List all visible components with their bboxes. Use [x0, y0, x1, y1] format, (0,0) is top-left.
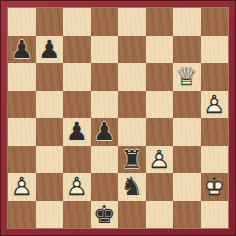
square-a8[interactable]: [8, 8, 36, 36]
white-pawn-outline-glyph: ♙: [63, 173, 91, 201]
square-g6[interactable]: ♛♕: [173, 63, 201, 91]
white-pawn-outline-glyph: ♙: [8, 173, 36, 201]
square-g3[interactable]: [173, 146, 201, 174]
square-a6[interactable]: [8, 63, 36, 91]
chess-board: ♟♟♛♕♟♙♟♟♜♟♙♟♙♟♙♞♚♔♚: [8, 8, 228, 228]
square-f7[interactable]: [146, 36, 174, 64]
square-d6[interactable]: [91, 63, 119, 91]
square-c2[interactable]: ♟♙: [63, 173, 91, 201]
square-c6[interactable]: [63, 63, 91, 91]
square-c5[interactable]: [63, 91, 91, 119]
piece-white-pawn[interactable]: ♟♙: [201, 91, 229, 119]
white-queen-outline-glyph: ♕: [173, 63, 201, 91]
square-a7[interactable]: ♟: [8, 36, 36, 64]
black-knight-glyph: ♞: [118, 173, 146, 201]
square-d2[interactable]: [91, 173, 119, 201]
square-d3[interactable]: [91, 146, 119, 174]
piece-white-pawn[interactable]: ♟♙: [146, 146, 174, 174]
piece-black-rook[interactable]: ♜: [118, 146, 146, 174]
square-h6[interactable]: [201, 63, 229, 91]
square-a5[interactable]: [8, 91, 36, 119]
square-g5[interactable]: [173, 91, 201, 119]
piece-black-knight[interactable]: ♞: [118, 173, 146, 201]
square-f6[interactable]: [146, 63, 174, 91]
square-g1[interactable]: [173, 201, 201, 229]
square-h5[interactable]: ♟♙: [201, 91, 229, 119]
square-b1[interactable]: [36, 201, 64, 229]
square-b8[interactable]: [36, 8, 64, 36]
square-a3[interactable]: [8, 146, 36, 174]
black-pawn-glyph: ♟: [91, 118, 119, 146]
white-king-outline-glyph: ♔: [201, 173, 229, 201]
piece-black-pawn[interactable]: ♟: [36, 36, 64, 64]
piece-black-pawn[interactable]: ♟: [8, 36, 36, 64]
square-f8[interactable]: [146, 8, 174, 36]
square-d4[interactable]: ♟: [91, 118, 119, 146]
black-pawn-glyph: ♟: [8, 36, 36, 64]
square-h7[interactable]: [201, 36, 229, 64]
square-f3[interactable]: ♟♙: [146, 146, 174, 174]
square-h1[interactable]: [201, 201, 229, 229]
black-king-glyph: ♚: [91, 201, 119, 229]
square-h2[interactable]: ♚♔: [201, 173, 229, 201]
square-e7[interactable]: [118, 36, 146, 64]
square-e3[interactable]: ♜: [118, 146, 146, 174]
square-b4[interactable]: [36, 118, 64, 146]
black-rook-glyph: ♜: [118, 146, 146, 174]
square-g7[interactable]: [173, 36, 201, 64]
square-c1[interactable]: [63, 201, 91, 229]
square-d1[interactable]: ♚: [91, 201, 119, 229]
square-b2[interactable]: [36, 173, 64, 201]
piece-white-king[interactable]: ♚♔: [201, 173, 229, 201]
square-b5[interactable]: [36, 91, 64, 119]
black-pawn-glyph: ♟: [36, 36, 64, 64]
black-pawn-glyph: ♟: [63, 118, 91, 146]
square-e2[interactable]: ♞: [118, 173, 146, 201]
square-e1[interactable]: [118, 201, 146, 229]
piece-black-pawn[interactable]: ♟: [63, 118, 91, 146]
square-g2[interactable]: [173, 173, 201, 201]
square-f2[interactable]: [146, 173, 174, 201]
square-a4[interactable]: [8, 118, 36, 146]
square-c4[interactable]: ♟: [63, 118, 91, 146]
square-e8[interactable]: [118, 8, 146, 36]
square-h3[interactable]: [201, 146, 229, 174]
square-c3[interactable]: [63, 146, 91, 174]
square-b7[interactable]: ♟: [36, 36, 64, 64]
square-b3[interactable]: [36, 146, 64, 174]
square-f4[interactable]: [146, 118, 174, 146]
square-e5[interactable]: [118, 91, 146, 119]
white-pawn-outline-glyph: ♙: [146, 146, 174, 174]
square-d5[interactable]: [91, 91, 119, 119]
square-g4[interactable]: [173, 118, 201, 146]
square-c7[interactable]: [63, 36, 91, 64]
square-d8[interactable]: [91, 8, 119, 36]
piece-white-queen[interactable]: ♛♕: [173, 63, 201, 91]
square-a1[interactable]: [8, 201, 36, 229]
piece-white-pawn[interactable]: ♟♙: [8, 173, 36, 201]
white-pawn-outline-glyph: ♙: [201, 91, 229, 119]
square-b6[interactable]: [36, 63, 64, 91]
square-c8[interactable]: [63, 8, 91, 36]
square-h4[interactable]: [201, 118, 229, 146]
square-a2[interactable]: ♟♙: [8, 173, 36, 201]
square-f5[interactable]: [146, 91, 174, 119]
piece-black-king[interactable]: ♚: [91, 201, 119, 229]
square-g8[interactable]: [173, 8, 201, 36]
square-e6[interactable]: [118, 63, 146, 91]
square-h8[interactable]: [201, 8, 229, 36]
square-e4[interactable]: [118, 118, 146, 146]
piece-white-pawn[interactable]: ♟♙: [63, 173, 91, 201]
piece-black-pawn[interactable]: ♟: [91, 118, 119, 146]
square-d7[interactable]: [91, 36, 119, 64]
square-f1[interactable]: [146, 201, 174, 229]
board-frame: ♟♟♛♕♟♙♟♟♜♟♙♟♙♟♙♞♚♔♚: [0, 0, 236, 236]
